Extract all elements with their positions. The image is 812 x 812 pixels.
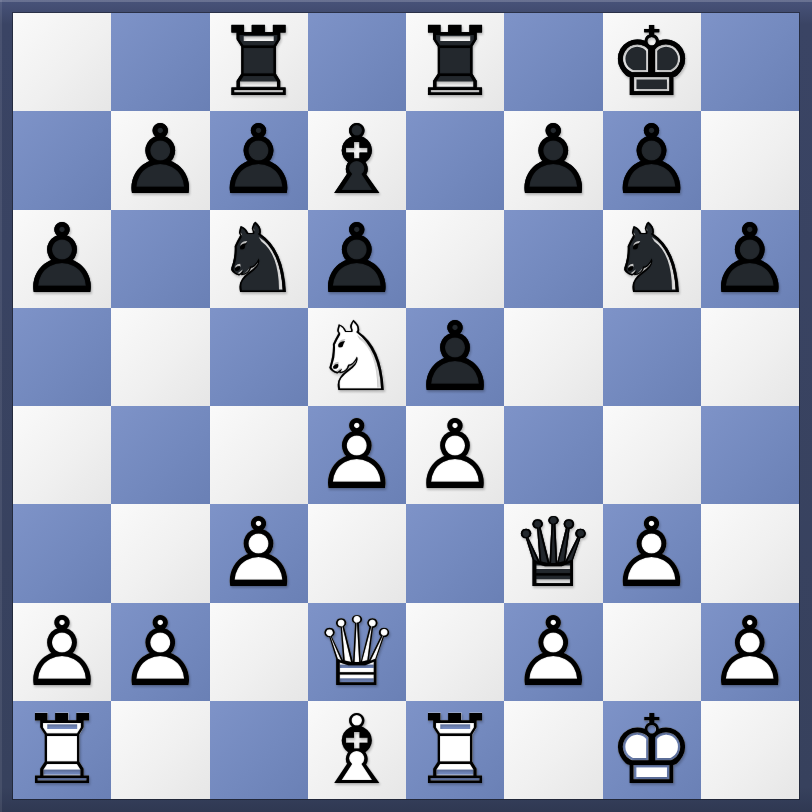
white-king: ♚♔ — [603, 701, 701, 799]
white-rook: ♜♖ — [13, 701, 111, 799]
square-b8[interactable] — [111, 13, 209, 111]
board-frame: ♜♖♜♖♚♔♟♙♟♙♝♗♟♙♟♙♟♙♞♘♟♙♞♘♟♙♞♘♟♙♟♙♟♙♟♙♛♕♟♙… — [0, 0, 812, 812]
black-queen: ♛♕ — [504, 504, 602, 602]
black-pawn: ♟♙ — [111, 111, 209, 209]
square-a4[interactable] — [13, 406, 111, 504]
white-knight: ♞♘ — [308, 308, 406, 406]
white-pawn: ♟♙ — [504, 603, 602, 701]
white-bishop: ♝♗ — [308, 701, 406, 799]
square-d2[interactable]: ♛♕ — [308, 603, 406, 701]
black-knight: ♞♘ — [603, 210, 701, 308]
black-rook: ♜♖ — [406, 13, 504, 111]
white-pawn: ♟♙ — [13, 603, 111, 701]
black-pawn: ♟♙ — [308, 210, 406, 308]
square-f7[interactable]: ♟♙ — [504, 111, 602, 209]
square-b4[interactable] — [111, 406, 209, 504]
square-f6[interactable] — [504, 210, 602, 308]
square-e2[interactable] — [406, 603, 504, 701]
square-a8[interactable] — [13, 13, 111, 111]
white-rook: ♜♖ — [406, 701, 504, 799]
square-f2[interactable]: ♟♙ — [504, 603, 602, 701]
black-bishop: ♝♗ — [308, 111, 406, 209]
black-pawn: ♟♙ — [406, 308, 504, 406]
white-pawn: ♟♙ — [111, 603, 209, 701]
black-pawn: ♟♙ — [210, 111, 308, 209]
square-c6[interactable]: ♞♘ — [210, 210, 308, 308]
square-d6[interactable]: ♟♙ — [308, 210, 406, 308]
square-d5[interactable]: ♞♘ — [308, 308, 406, 406]
square-e8[interactable]: ♜♖ — [406, 13, 504, 111]
square-h4[interactable] — [701, 406, 799, 504]
square-c2[interactable] — [210, 603, 308, 701]
square-b6[interactable] — [111, 210, 209, 308]
square-d1[interactable]: ♝♗ — [308, 701, 406, 799]
square-c4[interactable] — [210, 406, 308, 504]
square-e7[interactable] — [406, 111, 504, 209]
square-a2[interactable]: ♟♙ — [13, 603, 111, 701]
square-a3[interactable] — [13, 504, 111, 602]
black-king: ♚♔ — [603, 13, 701, 111]
square-c1[interactable] — [210, 701, 308, 799]
white-pawn: ♟♙ — [308, 406, 406, 504]
chessboard: ♜♖♜♖♚♔♟♙♟♙♝♗♟♙♟♙♟♙♞♘♟♙♞♘♟♙♞♘♟♙♟♙♟♙♟♙♛♕♟♙… — [13, 13, 799, 799]
square-g1[interactable]: ♚♔ — [603, 701, 701, 799]
square-g8[interactable]: ♚♔ — [603, 13, 701, 111]
square-c5[interactable] — [210, 308, 308, 406]
square-e5[interactable]: ♟♙ — [406, 308, 504, 406]
square-g3[interactable]: ♟♙ — [603, 504, 701, 602]
square-b2[interactable]: ♟♙ — [111, 603, 209, 701]
black-rook: ♜♖ — [210, 13, 308, 111]
square-d4[interactable]: ♟♙ — [308, 406, 406, 504]
square-f8[interactable] — [504, 13, 602, 111]
black-pawn: ♟♙ — [504, 111, 602, 209]
square-b1[interactable] — [111, 701, 209, 799]
square-c3[interactable]: ♟♙ — [210, 504, 308, 602]
square-d7[interactable]: ♝♗ — [308, 111, 406, 209]
square-a6[interactable]: ♟♙ — [13, 210, 111, 308]
square-e1[interactable]: ♜♖ — [406, 701, 504, 799]
square-c8[interactable]: ♜♖ — [210, 13, 308, 111]
white-pawn: ♟♙ — [701, 603, 799, 701]
square-g5[interactable] — [603, 308, 701, 406]
black-pawn: ♟♙ — [701, 210, 799, 308]
black-pawn: ♟♙ — [603, 111, 701, 209]
white-queen: ♛♕ — [308, 603, 406, 701]
square-f3[interactable]: ♛♕ — [504, 504, 602, 602]
square-h6[interactable]: ♟♙ — [701, 210, 799, 308]
square-b5[interactable] — [111, 308, 209, 406]
square-g7[interactable]: ♟♙ — [603, 111, 701, 209]
square-d3[interactable] — [308, 504, 406, 602]
white-pawn: ♟♙ — [603, 504, 701, 602]
square-f4[interactable] — [504, 406, 602, 504]
square-f5[interactable] — [504, 308, 602, 406]
square-g6[interactable]: ♞♘ — [603, 210, 701, 308]
square-b7[interactable]: ♟♙ — [111, 111, 209, 209]
square-d8[interactable] — [308, 13, 406, 111]
black-pawn: ♟♙ — [13, 210, 111, 308]
square-e4[interactable]: ♟♙ — [406, 406, 504, 504]
square-h2[interactable]: ♟♙ — [701, 603, 799, 701]
square-a5[interactable] — [13, 308, 111, 406]
square-b3[interactable] — [111, 504, 209, 602]
square-h3[interactable] — [701, 504, 799, 602]
square-a1[interactable]: ♜♖ — [13, 701, 111, 799]
square-e6[interactable] — [406, 210, 504, 308]
square-h8[interactable] — [701, 13, 799, 111]
square-h5[interactable] — [701, 308, 799, 406]
white-pawn: ♟♙ — [406, 406, 504, 504]
square-g4[interactable] — [603, 406, 701, 504]
square-c7[interactable]: ♟♙ — [210, 111, 308, 209]
square-e3[interactable] — [406, 504, 504, 602]
square-f1[interactable] — [504, 701, 602, 799]
black-knight: ♞♘ — [210, 210, 308, 308]
square-g2[interactable] — [603, 603, 701, 701]
square-h7[interactable] — [701, 111, 799, 209]
square-h1[interactable] — [701, 701, 799, 799]
square-a7[interactable] — [13, 111, 111, 209]
white-pawn: ♟♙ — [210, 504, 308, 602]
